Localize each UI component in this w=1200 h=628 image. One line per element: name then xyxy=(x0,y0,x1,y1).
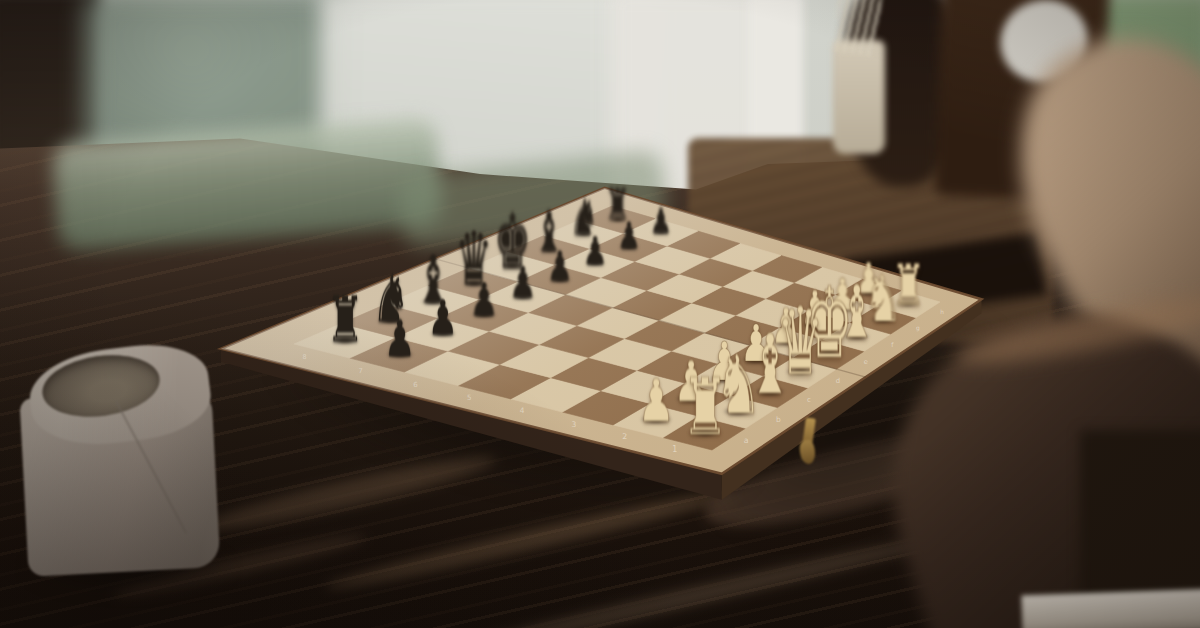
pawn-glyph: ♟ xyxy=(470,283,499,318)
pawn-glyph: ♟ xyxy=(650,208,672,235)
rook-glyph: ♜ xyxy=(682,377,729,438)
marble-tealight-holder[interactable] xyxy=(18,348,230,592)
pawn-glyph: ♟ xyxy=(617,221,640,249)
pawn-glyph: ♟ xyxy=(384,319,416,358)
rook-glyph: ♜ xyxy=(327,296,365,345)
pawn-glyph: ♟ xyxy=(509,266,536,299)
photo-scene: 12345678abcdefgh ♜♞♝♛♚♝♞♜♟♟♟♟♟♟♟♟♟♟♟♟♟♟♟… xyxy=(0,0,1200,628)
pawn-glyph: ♟ xyxy=(428,300,458,337)
pawn-glyph: ♟ xyxy=(638,379,675,425)
pawn-glyph: ♟ xyxy=(583,236,607,266)
pawn-glyph: ♟ xyxy=(547,251,573,283)
